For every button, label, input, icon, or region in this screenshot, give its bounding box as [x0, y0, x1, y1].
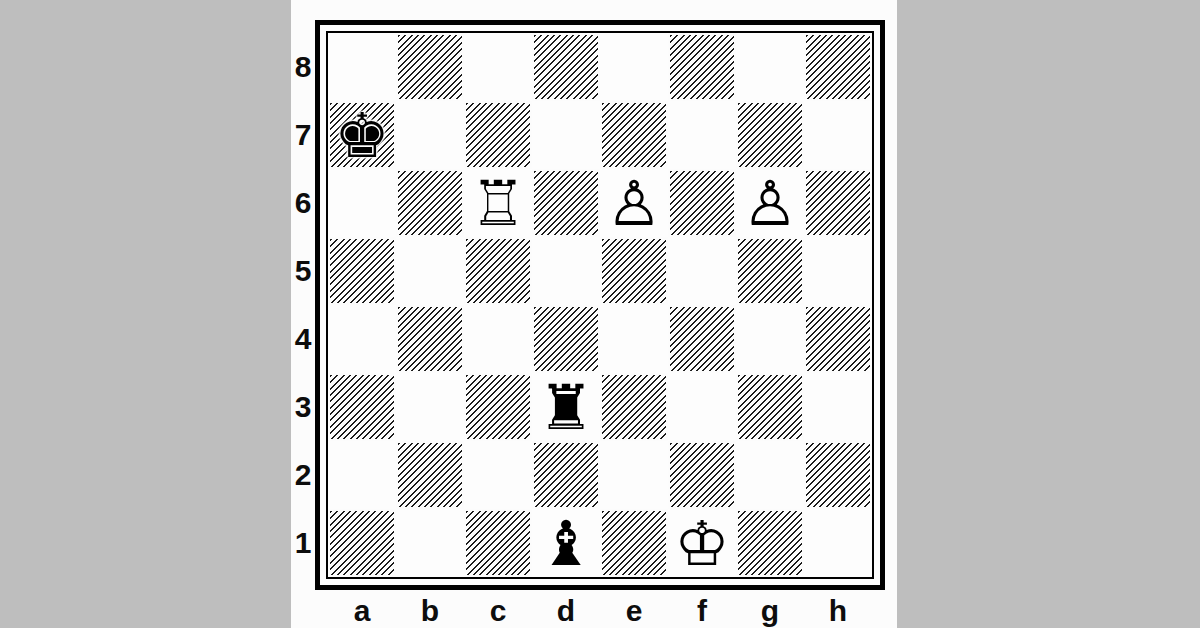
square-g6: ♙: [736, 169, 804, 237]
square-d2: [532, 441, 600, 509]
square-b1: [396, 509, 464, 577]
square-e6: ♙: [600, 169, 668, 237]
file-labels: abcdefgh: [315, 590, 885, 628]
rank-label-1: 1: [291, 509, 315, 577]
square-c1: [464, 509, 532, 577]
square-g8: [736, 33, 804, 101]
square-a6: [328, 169, 396, 237]
square-f5: [668, 237, 736, 305]
chess-diagram: 87654321 ♚♖♙♙♜♝♔ abcdefgh: [291, 20, 885, 628]
square-h1: [804, 509, 872, 577]
chess-board: ♚♖♙♙♜♝♔: [326, 31, 874, 579]
square-d4: [532, 305, 600, 373]
diagram-panel: 87654321 ♚♖♙♙♜♝♔ abcdefgh: [291, 0, 897, 628]
square-g4: [736, 305, 804, 373]
square-g2: [736, 441, 804, 509]
square-e7: [600, 101, 668, 169]
square-d6: [532, 169, 600, 237]
rank-label-8: 8: [291, 33, 315, 101]
black-rook-piece: ♜: [538, 377, 594, 439]
square-a8: [328, 33, 396, 101]
square-e4: [600, 305, 668, 373]
rank-label-2: 2: [291, 441, 315, 509]
square-b3: [396, 373, 464, 441]
square-b7: [396, 101, 464, 169]
square-h2: [804, 441, 872, 509]
square-h5: [804, 237, 872, 305]
file-label-d: d: [532, 590, 600, 628]
white-rook-piece: ♖: [470, 173, 526, 235]
square-d1: ♝: [532, 509, 600, 577]
file-label-c: c: [464, 590, 532, 628]
square-g5: [736, 237, 804, 305]
square-e8: [600, 33, 668, 101]
rank-label-7: 7: [291, 101, 315, 169]
white-pawn-piece: ♙: [742, 173, 798, 235]
square-b4: [396, 305, 464, 373]
square-b5: [396, 237, 464, 305]
square-f7: [668, 101, 736, 169]
square-g3: [736, 373, 804, 441]
file-label-b: b: [396, 590, 464, 628]
square-c7: [464, 101, 532, 169]
file-label-a: a: [328, 590, 396, 628]
square-f2: [668, 441, 736, 509]
square-f8: [668, 33, 736, 101]
square-h8: [804, 33, 872, 101]
white-king-piece: ♔: [674, 513, 730, 575]
square-b6: [396, 169, 464, 237]
square-h3: [804, 373, 872, 441]
black-bishop-piece: ♝: [538, 513, 594, 575]
square-e3: [600, 373, 668, 441]
board-frame: ♚♖♙♙♜♝♔: [315, 20, 885, 590]
square-h6: [804, 169, 872, 237]
square-f3: [668, 373, 736, 441]
square-c2: [464, 441, 532, 509]
square-d3: ♜: [532, 373, 600, 441]
square-e5: [600, 237, 668, 305]
file-label-h: h: [804, 590, 872, 628]
black-king-piece: ♚: [334, 105, 390, 167]
white-pawn-piece: ♙: [606, 173, 662, 235]
square-a4: [328, 305, 396, 373]
square-g1: [736, 509, 804, 577]
square-d7: [532, 101, 600, 169]
rank-label-4: 4: [291, 305, 315, 373]
square-c3: [464, 373, 532, 441]
square-f4: [668, 305, 736, 373]
rank-label-6: 6: [291, 169, 315, 237]
square-f1: ♔: [668, 509, 736, 577]
file-label-g: g: [736, 590, 804, 628]
square-b2: [396, 441, 464, 509]
square-g7: [736, 101, 804, 169]
square-c5: [464, 237, 532, 305]
square-h4: [804, 305, 872, 373]
square-c6: ♖: [464, 169, 532, 237]
square-a2: [328, 441, 396, 509]
square-e1: [600, 509, 668, 577]
square-d8: [532, 33, 600, 101]
square-b8: [396, 33, 464, 101]
square-a1: [328, 509, 396, 577]
square-e2: [600, 441, 668, 509]
square-c4: [464, 305, 532, 373]
file-label-e: e: [600, 590, 668, 628]
file-label-f: f: [668, 590, 736, 628]
square-d5: [532, 237, 600, 305]
square-c8: [464, 33, 532, 101]
square-a3: [328, 373, 396, 441]
square-f6: [668, 169, 736, 237]
square-h7: [804, 101, 872, 169]
square-a7: ♚: [328, 101, 396, 169]
rank-labels: 87654321: [291, 20, 315, 590]
rank-label-5: 5: [291, 237, 315, 305]
rank-label-3: 3: [291, 373, 315, 441]
square-a5: [328, 237, 396, 305]
